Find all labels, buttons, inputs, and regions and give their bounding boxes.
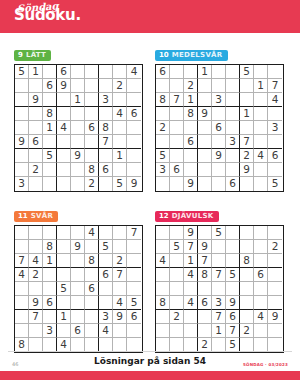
sudoku-cell-empty[interactable] bbox=[71, 268, 85, 282]
sudoku-cell-given: 4 bbox=[254, 149, 268, 163]
sudoku-cell-given: 5 bbox=[170, 240, 184, 254]
sudoku-cell-given: 1 bbox=[184, 93, 198, 107]
sudoku-cell-empty[interactable] bbox=[71, 177, 85, 191]
sudoku-cell-empty[interactable] bbox=[71, 296, 85, 310]
sudoku-cell-empty[interactable] bbox=[29, 107, 43, 121]
sudoku-cell-empty[interactable] bbox=[268, 107, 282, 121]
sudoku-cell-empty[interactable] bbox=[198, 324, 212, 338]
sudoku-cell-empty[interactable] bbox=[184, 338, 198, 352]
sudoku-cell-empty[interactable] bbox=[113, 324, 127, 338]
sudoku-cell-given: 9 bbox=[226, 296, 240, 310]
sudoku-cell-empty[interactable] bbox=[71, 107, 85, 121]
sudoku-cell-given: 9 bbox=[71, 149, 85, 163]
sudoku-cell-given: 7 bbox=[170, 93, 184, 107]
sudoku-cell-empty[interactable] bbox=[212, 254, 226, 268]
sudoku-cell-empty[interactable] bbox=[85, 268, 99, 282]
sudoku-cell-empty[interactable] bbox=[57, 254, 71, 268]
sudoku-cell-empty[interactable] bbox=[57, 93, 71, 107]
sudoku-cell-empty[interactable] bbox=[71, 163, 85, 177]
sudoku-cell-empty[interactable] bbox=[254, 93, 268, 107]
sudoku-cell-empty[interactable] bbox=[57, 149, 71, 163]
sudoku-cell-empty[interactable] bbox=[268, 135, 282, 149]
sudoku-cell-empty[interactable] bbox=[240, 282, 254, 296]
sudoku-cell-empty[interactable] bbox=[85, 149, 99, 163]
sudoku-cell-given: 6 bbox=[198, 296, 212, 310]
sudoku-cell-empty[interactable] bbox=[226, 226, 240, 240]
sudoku-cell-given: 3 bbox=[99, 93, 113, 107]
sudoku-cell-empty[interactable] bbox=[127, 79, 141, 93]
sudoku-cell-given: 1 bbox=[254, 79, 268, 93]
sudoku-cell-empty[interactable] bbox=[85, 310, 99, 324]
sudoku-cell-empty[interactable] bbox=[15, 163, 29, 177]
sudoku-cell-empty[interactable] bbox=[127, 149, 141, 163]
sudoku-cell-given: 6 bbox=[127, 310, 141, 324]
sudoku-cell-empty[interactable] bbox=[156, 310, 170, 324]
sudoku-cell-empty[interactable] bbox=[268, 324, 282, 338]
sudoku-cell-given: 4 bbox=[99, 324, 113, 338]
sudoku-cell-given: 6 bbox=[99, 163, 113, 177]
sudoku-cell-given: 2 bbox=[268, 240, 282, 254]
sudoku-cell-given: 5 bbox=[212, 226, 226, 240]
sudoku-cell-empty[interactable] bbox=[170, 107, 184, 121]
sudoku-cell-empty[interactable] bbox=[71, 338, 85, 352]
sudoku-cell-given: 1 bbox=[198, 65, 212, 79]
sudoku-cell-empty[interactable] bbox=[268, 65, 282, 79]
sudoku-board-medelsvar[interactable]: 6152178713489126363759246369965 bbox=[155, 64, 284, 192]
sudoku-cell-empty[interactable] bbox=[268, 296, 282, 310]
sudoku-board-svar[interactable]: 478957418242675696457139636484 bbox=[14, 225, 143, 353]
sudoku-cell-given: 9 bbox=[127, 177, 141, 191]
sudoku-page: Söndag Sudoku. 9 LÄTT 516469291384614689… bbox=[0, 0, 300, 380]
sudoku-cell-given: 3 bbox=[226, 135, 240, 149]
difficulty-badge-svar: 11 SVÅR bbox=[14, 211, 58, 222]
sudoku-cell-given: 6 bbox=[43, 79, 57, 93]
sudoku-cell-given: 6 bbox=[99, 268, 113, 282]
sudoku-cell-empty[interactable] bbox=[254, 65, 268, 79]
sudoku-cell-given: 9 bbox=[212, 149, 226, 163]
sudoku-cell-given: 7 bbox=[184, 240, 198, 254]
sudoku-cell-given: 4 bbox=[268, 93, 282, 107]
sudoku-cell-empty[interactable] bbox=[240, 121, 254, 135]
sudoku-cell-empty[interactable] bbox=[57, 226, 71, 240]
sudoku-cell-given: 1 bbox=[240, 107, 254, 121]
sudoku-cell-given: 7 bbox=[212, 310, 226, 324]
sudoku-cell-given: 5 bbox=[113, 177, 127, 191]
sudoku-cell-empty[interactable] bbox=[57, 135, 71, 149]
sudoku-cell-empty[interactable] bbox=[113, 93, 127, 107]
sudoku-cell-empty[interactable] bbox=[15, 79, 29, 93]
sudoku-cell-empty[interactable] bbox=[57, 324, 71, 338]
sudoku-cell-given: 2 bbox=[29, 163, 43, 177]
sudoku-cell-empty[interactable] bbox=[99, 296, 113, 310]
sudoku-cell-given: 8 bbox=[156, 296, 170, 310]
sudoku-cell-empty[interactable] bbox=[184, 310, 198, 324]
sudoku-cell-empty[interactable] bbox=[99, 177, 113, 191]
sudoku-cell-given: 2 bbox=[240, 324, 254, 338]
sudoku-cell-empty[interactable] bbox=[113, 226, 127, 240]
sudoku-cell-empty[interactable] bbox=[212, 240, 226, 254]
sudoku-cell-empty[interactable] bbox=[170, 254, 184, 268]
sudoku-cell-given: 6 bbox=[57, 65, 71, 79]
sudoku-cell-empty[interactable] bbox=[240, 296, 254, 310]
sudoku-cell-empty[interactable] bbox=[170, 268, 184, 282]
sudoku-cell-empty[interactable] bbox=[71, 121, 85, 135]
sudoku-cell-given: 3 bbox=[268, 121, 282, 135]
sudoku-cell-empty[interactable] bbox=[43, 268, 57, 282]
sudoku-cell-empty[interactable] bbox=[184, 282, 198, 296]
sudoku-cell-empty[interactable] bbox=[29, 121, 43, 135]
sudoku-cell-given: 7 bbox=[99, 135, 113, 149]
sudoku-cell-empty[interactable] bbox=[240, 79, 254, 93]
puzzle-number: 11 bbox=[18, 213, 28, 220]
sudoku-cell-empty[interactable] bbox=[99, 107, 113, 121]
sudoku-cell-empty[interactable] bbox=[99, 79, 113, 93]
sudoku-cell-empty[interactable] bbox=[15, 149, 29, 163]
puzzle-number: 9 bbox=[18, 52, 23, 59]
sudoku-cell-empty[interactable] bbox=[127, 338, 141, 352]
sudoku-cell-empty[interactable] bbox=[156, 177, 170, 191]
sudoku-cell-empty[interactable] bbox=[29, 149, 43, 163]
sudoku-cell-given: 2 bbox=[198, 338, 212, 352]
sudoku-cell-empty[interactable] bbox=[29, 324, 43, 338]
sudoku-cell-given: 9 bbox=[113, 310, 127, 324]
sudoku-cell-empty[interactable] bbox=[240, 268, 254, 282]
sudoku-cell-given: 5 bbox=[15, 65, 29, 79]
sudoku-cell-empty[interactable] bbox=[15, 296, 29, 310]
sudoku-cell-empty[interactable] bbox=[57, 268, 71, 282]
sudoku-cell-empty[interactable] bbox=[57, 296, 71, 310]
sudoku-cell-empty[interactable] bbox=[15, 310, 29, 324]
sudoku-cell-given: 4 bbox=[57, 338, 71, 352]
sudoku-cell-given: 4 bbox=[15, 268, 29, 282]
sudoku-cell-empty[interactable] bbox=[254, 240, 268, 254]
sudoku-cell-empty[interactable] bbox=[254, 282, 268, 296]
sudoku-cell-given: 6 bbox=[226, 177, 240, 191]
sudoku-cell-empty[interactable] bbox=[29, 79, 43, 93]
sudoku-cell-given: 4 bbox=[184, 296, 198, 310]
sudoku-cell-empty[interactable] bbox=[71, 226, 85, 240]
sudoku-cell-given: 2 bbox=[29, 268, 43, 282]
sudoku-cell-given: 1 bbox=[113, 149, 127, 163]
difficulty-label: SVÅR bbox=[31, 213, 53, 220]
sudoku-cell-given: 8 bbox=[15, 338, 29, 352]
sudoku-cell-empty[interactable] bbox=[29, 177, 43, 191]
sudoku-cell-given: 3 bbox=[212, 296, 226, 310]
sudoku-cell-empty[interactable] bbox=[15, 324, 29, 338]
sudoku-cell-empty[interactable] bbox=[127, 135, 141, 149]
sudoku-cell-empty[interactable] bbox=[156, 240, 170, 254]
difficulty-badge-medelsvar: 10 MEDELSVÅR bbox=[155, 50, 228, 61]
sudoku-cell-empty[interactable] bbox=[170, 177, 184, 191]
sudoku-cell-given: 6 bbox=[127, 107, 141, 121]
sudoku-cell-empty[interactable] bbox=[85, 324, 99, 338]
sudoku-cell-empty[interactable] bbox=[268, 254, 282, 268]
sudoku-cell-empty[interactable] bbox=[57, 240, 71, 254]
magazine-logo: Söndag Sudoku. bbox=[14, 2, 81, 23]
sudoku-cell-empty[interactable] bbox=[170, 282, 184, 296]
sudoku-cell-empty[interactable] bbox=[43, 226, 57, 240]
sudoku-cell-empty[interactable] bbox=[184, 149, 198, 163]
sudoku-cell-given: 7 bbox=[127, 226, 141, 240]
sudoku-cell-given: 9 bbox=[268, 310, 282, 324]
sudoku-cell-empty[interactable] bbox=[29, 226, 43, 240]
sudoku-cell-empty[interactable] bbox=[170, 65, 184, 79]
sudoku-cell-empty[interactable] bbox=[170, 121, 184, 135]
sudoku-cell-empty[interactable] bbox=[226, 254, 240, 268]
sudoku-cell-empty[interactable] bbox=[226, 240, 240, 254]
sudoku-cell-given: 4 bbox=[113, 107, 127, 121]
sudoku-cell-empty[interactable] bbox=[198, 163, 212, 177]
sudoku-cell-empty[interactable] bbox=[212, 135, 226, 149]
sudoku-cell-empty[interactable] bbox=[170, 149, 184, 163]
sudoku-cell-empty[interactable] bbox=[85, 79, 99, 93]
sudoku-cell-empty[interactable] bbox=[226, 121, 240, 135]
sudoku-cell-empty[interactable] bbox=[198, 310, 212, 324]
sudoku-board-latt[interactable]: 516469291384614689675912863259 bbox=[14, 64, 143, 192]
sudoku-cell-given: 1 bbox=[43, 254, 57, 268]
sudoku-cell-empty[interactable] bbox=[113, 135, 127, 149]
sudoku-cell-empty[interactable] bbox=[170, 226, 184, 240]
sudoku-cell-empty[interactable] bbox=[57, 163, 71, 177]
sudoku-cell-empty[interactable] bbox=[254, 324, 268, 338]
sudoku-cell-given: 7 bbox=[212, 268, 226, 282]
sudoku-cell-empty[interactable] bbox=[156, 226, 170, 240]
sudoku-cell-empty[interactable] bbox=[170, 338, 184, 352]
sudoku-cell-given: 6 bbox=[71, 324, 85, 338]
sudoku-cell-empty[interactable] bbox=[212, 163, 226, 177]
sudoku-cell-empty[interactable] bbox=[240, 93, 254, 107]
sudoku-cell-empty[interactable] bbox=[71, 310, 85, 324]
sudoku-cell-empty[interactable] bbox=[71, 282, 85, 296]
sudoku-cell-given: 9 bbox=[184, 177, 198, 191]
sudoku-cell-empty[interactable] bbox=[240, 310, 254, 324]
sudoku-cell-empty[interactable] bbox=[254, 107, 268, 121]
sudoku-cell-empty[interactable] bbox=[85, 65, 99, 79]
sudoku-cell-empty[interactable] bbox=[85, 93, 99, 107]
sudoku-cell-empty[interactable] bbox=[268, 282, 282, 296]
sudoku-cell-given: 1 bbox=[71, 93, 85, 107]
sudoku-cell-empty[interactable] bbox=[127, 121, 141, 135]
sudoku-cell-empty[interactable] bbox=[43, 163, 57, 177]
difficulty-label: DJÄVULSK bbox=[172, 213, 214, 220]
sudoku-cell-empty[interactable] bbox=[156, 107, 170, 121]
sudoku-cell-given bbox=[268, 338, 282, 352]
sudoku-cell-given: 1 bbox=[184, 254, 198, 268]
sudoku-cell-empty[interactable] bbox=[254, 163, 268, 177]
sudoku-cell-given: 8 bbox=[240, 254, 254, 268]
sudoku-cell-empty[interactable] bbox=[29, 282, 43, 296]
sudoku-cell-empty[interactable] bbox=[156, 135, 170, 149]
sudoku-cell-empty[interactable] bbox=[170, 296, 184, 310]
sudoku-cell-empty[interactable] bbox=[71, 254, 85, 268]
sudoku-cell-empty[interactable] bbox=[71, 135, 85, 149]
sudoku-cell-given: 7 bbox=[226, 324, 240, 338]
sudoku-cell-empty[interactable] bbox=[226, 79, 240, 93]
sudoku-cell-empty[interactable] bbox=[99, 226, 113, 240]
sudoku-cell-given: 9 bbox=[198, 107, 212, 121]
sudoku-cell-empty[interactable] bbox=[184, 65, 198, 79]
sudoku-cell-given: 4 bbox=[29, 254, 43, 268]
sudoku-cell-empty[interactable] bbox=[15, 121, 29, 135]
sudoku-cell-given: 5 bbox=[127, 296, 141, 310]
sudoku-cell-empty[interactable] bbox=[127, 163, 141, 177]
sudoku-cell-empty[interactable] bbox=[170, 324, 184, 338]
sudoku-cell-empty[interactable] bbox=[254, 296, 268, 310]
sudoku-cell-given: 3 bbox=[156, 163, 170, 177]
sudoku-cell-empty[interactable] bbox=[254, 338, 268, 352]
sudoku-cell-empty[interactable] bbox=[198, 226, 212, 240]
sudoku-cell-empty[interactable] bbox=[226, 65, 240, 79]
sudoku-cell-empty[interactable] bbox=[85, 338, 99, 352]
sudoku-cell-given: 2 bbox=[156, 121, 170, 135]
sudoku-cell-empty[interactable] bbox=[113, 121, 127, 135]
sudoku-cell-given: 7 bbox=[15, 254, 29, 268]
sudoku-cell-empty[interactable] bbox=[240, 338, 254, 352]
sudoku-cell-empty[interactable] bbox=[15, 226, 29, 240]
sudoku-cell-given: 7 bbox=[29, 310, 43, 324]
sudoku-cell-empty[interactable] bbox=[15, 107, 29, 121]
sudoku-cell-given: 6 bbox=[226, 310, 240, 324]
sudoku-cell-empty[interactable] bbox=[127, 240, 141, 254]
sudoku-board-djavulsk[interactable]: 955792417848756846392764917225 bbox=[155, 225, 284, 353]
sudoku-cell-given: 6 bbox=[212, 121, 226, 135]
sudoku-cell-given: 4 bbox=[85, 226, 99, 240]
sudoku-cell-empty[interactable] bbox=[254, 177, 268, 191]
sudoku-cell-empty[interactable] bbox=[170, 135, 184, 149]
sudoku-cell-given: 8 bbox=[85, 163, 99, 177]
sudoku-cell-empty[interactable] bbox=[113, 282, 127, 296]
sudoku-cell-empty[interactable] bbox=[198, 149, 212, 163]
sudoku-cell-empty[interactable] bbox=[113, 240, 127, 254]
sudoku-cell-empty[interactable] bbox=[212, 65, 226, 79]
sudoku-cell-empty[interactable] bbox=[99, 149, 113, 163]
sudoku-cell-empty[interactable] bbox=[268, 163, 282, 177]
sudoku-cell-empty[interactable] bbox=[15, 93, 29, 107]
sudoku-cell-empty[interactable] bbox=[240, 240, 254, 254]
sudoku-cell-empty[interactable] bbox=[113, 65, 127, 79]
sudoku-cell-given: 8 bbox=[43, 240, 57, 254]
sudoku-cell-given: 1 bbox=[43, 121, 57, 135]
sudoku-cell-empty[interactable] bbox=[198, 282, 212, 296]
sudoku-cell-empty[interactable] bbox=[43, 93, 57, 107]
sudoku-cell-given: 3 bbox=[99, 310, 113, 324]
sudoku-cell-empty[interactable] bbox=[43, 310, 57, 324]
sudoku-cell-empty[interactable] bbox=[156, 268, 170, 282]
sudoku-cell-given: 3 bbox=[43, 324, 57, 338]
sudoku-cell-empty[interactable] bbox=[240, 177, 254, 191]
sudoku-cell-empty[interactable] bbox=[15, 282, 29, 296]
sudoku-cell-given: 9 bbox=[71, 240, 85, 254]
sudoku-cell-empty[interactable] bbox=[254, 121, 268, 135]
sudoku-cell-empty[interactable] bbox=[127, 93, 141, 107]
sudoku-cell-empty[interactable] bbox=[240, 226, 254, 240]
sudoku-cell-empty[interactable] bbox=[198, 93, 212, 107]
sudoku-cell-given: 8 bbox=[198, 268, 212, 282]
sudoku-cell-empty[interactable] bbox=[57, 107, 71, 121]
sudoku-cell-empty[interactable] bbox=[268, 268, 282, 282]
sudoku-cell-empty[interactable] bbox=[85, 296, 99, 310]
sudoku-cell-empty[interactable] bbox=[15, 240, 29, 254]
sudoku-cell-empty[interactable] bbox=[184, 324, 198, 338]
sudoku-cell-empty[interactable] bbox=[156, 79, 170, 93]
sudoku-cell-empty[interactable] bbox=[113, 163, 127, 177]
sudoku-cell-given: 6 bbox=[29, 135, 43, 149]
sudoku-cell-empty[interactable] bbox=[43, 65, 57, 79]
sudoku-cell-empty[interactable] bbox=[43, 338, 57, 352]
sudoku-cell-empty[interactable] bbox=[29, 240, 43, 254]
sudoku-cell-given: 7 bbox=[268, 79, 282, 93]
sudoku-cell-empty[interactable] bbox=[85, 135, 99, 149]
sudoku-cell-empty[interactable] bbox=[99, 65, 113, 79]
sudoku-cell-empty[interactable] bbox=[212, 79, 226, 93]
sudoku-cell-empty[interactable] bbox=[71, 65, 85, 79]
sudoku-cell-empty[interactable] bbox=[254, 226, 268, 240]
sudoku-cell-given: 2 bbox=[184, 79, 198, 93]
sudoku-cell-given: 5 bbox=[156, 149, 170, 163]
sudoku-cell-given: 6 bbox=[254, 268, 268, 282]
sudoku-cell-empty[interactable] bbox=[127, 324, 141, 338]
sudoku-cell-empty[interactable] bbox=[198, 135, 212, 149]
sudoku-cell-empty[interactable] bbox=[170, 79, 184, 93]
sudoku-cell-empty[interactable] bbox=[226, 149, 240, 163]
sudoku-cell-empty[interactable] bbox=[113, 338, 127, 352]
sudoku-cell-given: 8 bbox=[85, 254, 99, 268]
sudoku-cell-empty[interactable] bbox=[226, 163, 240, 177]
sudoku-cell-given: 9 bbox=[15, 135, 29, 149]
sudoku-cell-empty[interactable] bbox=[226, 282, 240, 296]
sudoku-cell-empty[interactable] bbox=[156, 282, 170, 296]
puzzle-9-latt: 9 LÄTT 516469291384614689675912863259 bbox=[14, 42, 143, 192]
sudoku-cell-empty[interactable] bbox=[198, 121, 212, 135]
sudoku-cell-empty[interactable] bbox=[184, 163, 198, 177]
sudoku-cell-empty[interactable] bbox=[212, 177, 226, 191]
sudoku-cell-empty[interactable] bbox=[85, 107, 99, 121]
sudoku-cell-empty[interactable] bbox=[99, 254, 113, 268]
sudoku-cell-empty[interactable] bbox=[226, 93, 240, 107]
sudoku-cell-given: 7 bbox=[198, 254, 212, 268]
sudoku-cell-empty[interactable] bbox=[71, 79, 85, 93]
sudoku-cell-given: 5 bbox=[268, 177, 282, 191]
sudoku-cell-empty[interactable] bbox=[226, 107, 240, 121]
sudoku-cell-empty[interactable] bbox=[254, 254, 268, 268]
sudoku-cell-empty[interactable] bbox=[85, 240, 99, 254]
sudoku-cell-empty[interactable] bbox=[254, 135, 268, 149]
sudoku-cell-given: 2 bbox=[85, 177, 99, 191]
sudoku-cell-empty[interactable] bbox=[268, 226, 282, 240]
sudoku-cell-empty[interactable] bbox=[43, 282, 57, 296]
sudoku-cell-empty[interactable] bbox=[127, 282, 141, 296]
sudoku-cell-empty[interactable] bbox=[156, 324, 170, 338]
sudoku-cell-empty[interactable] bbox=[43, 177, 57, 191]
sudoku-cell-empty[interactable] bbox=[184, 121, 198, 135]
sudoku-cell-empty[interactable] bbox=[29, 338, 43, 352]
sudoku-cell-empty[interactable] bbox=[198, 177, 212, 191]
sudoku-cell-empty[interactable] bbox=[156, 338, 170, 352]
sudoku-cell-empty[interactable] bbox=[57, 177, 71, 191]
sudoku-cell-empty[interactable] bbox=[127, 254, 141, 268]
sudoku-cell-empty[interactable] bbox=[43, 135, 57, 149]
sudoku-cell-empty[interactable] bbox=[127, 268, 141, 282]
sudoku-cell-empty[interactable] bbox=[212, 107, 226, 121]
sudoku-cell-given: 9 bbox=[57, 79, 71, 93]
sudoku-cell-empty[interactable] bbox=[198, 79, 212, 93]
sudoku-cell-empty[interactable] bbox=[212, 338, 226, 352]
sudoku-cell-empty[interactable] bbox=[99, 282, 113, 296]
sudoku-cell-given: 4 bbox=[156, 254, 170, 268]
sudoku-cell-empty[interactable] bbox=[212, 282, 226, 296]
sudoku-cell-given: 8 bbox=[43, 107, 57, 121]
sudoku-cell-empty[interactable] bbox=[99, 338, 113, 352]
